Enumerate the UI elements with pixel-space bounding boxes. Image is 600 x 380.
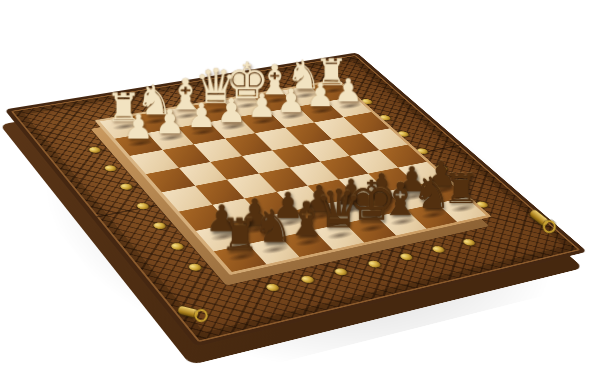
perspective-scene: ♜♞♝♛♚♝♞♜♟♟♟♟♟♟♟♟♟♟♟♟♟♟♟♟♜♞♝♛♚♝♞♜ [45, 0, 531, 380]
brown-rook: ♜ [216, 213, 264, 257]
chess-board: ♜♞♝♛♚♝♞♜♟♟♟♟♟♟♟♟♟♟♟♟♟♟♟♟♜♞♝♛♚♝♞♜ [4, 52, 587, 346]
camera-roll-wrapper: ♜♞♝♛♚♝♞♜♟♟♟♟♟♟♟♟♟♟♟♟♟♟♟♟♜♞♝♛♚♝♞♜ [0, 0, 600, 380]
white-pawn: ♟ [116, 110, 160, 144]
product-photo: ♜♞♝♛♚♝♞♜♟♟♟♟♟♟♟♟♟♟♟♟♟♟♟♟♜♞♝♛♚♝♞♜ [0, 0, 600, 380]
